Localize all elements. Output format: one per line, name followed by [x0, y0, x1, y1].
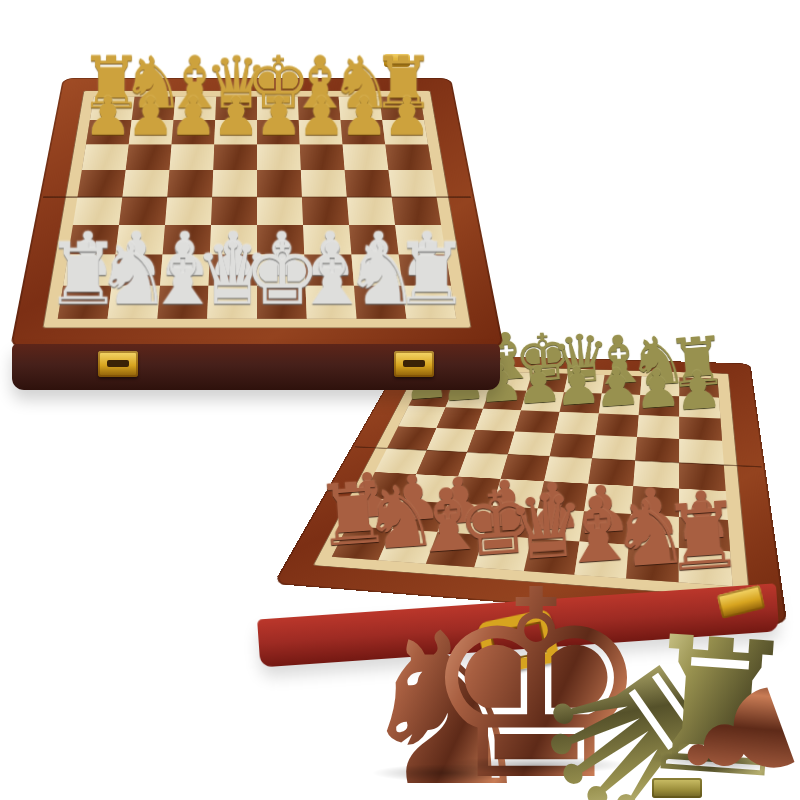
loose-pieces: ♞♚♛♜♟ — [0, 0, 800, 800]
product-photo: ♜♞♝♚♛♝♞♜♟♟♟♟♟♟♟♟♟♟♟♟♟♟♟♟♜♞♝♚♛♝♞♜ ♜♞♝♛♚♝♞… — [0, 0, 800, 800]
gold-clasp-floor-icon — [652, 778, 702, 798]
